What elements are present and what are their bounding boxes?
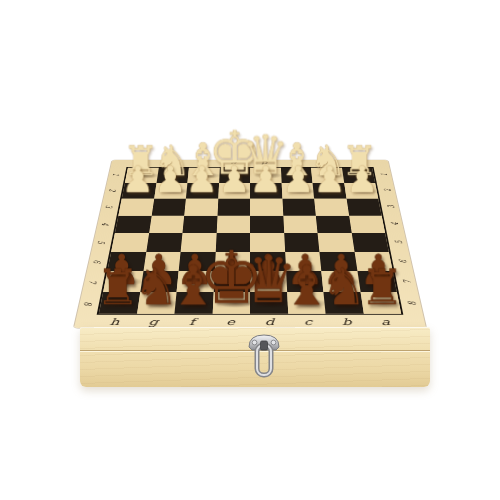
- piece-white-pawn: ♟: [250, 162, 283, 197]
- square-c3: [282, 199, 316, 216]
- piece-black-king: ♚: [199, 243, 264, 312]
- rank-label: 4: [88, 220, 124, 229]
- square-d2: ♟: [250, 183, 282, 199]
- piece-white-pawn: ♟: [282, 162, 315, 197]
- square-c8: ♝: [287, 292, 326, 314]
- rank-label: 3: [373, 203, 408, 211]
- rank-label: 5: [380, 238, 417, 247]
- square-e2: ♟: [218, 183, 250, 199]
- piece-white-pawn: ♟: [186, 162, 219, 197]
- square-g8: ♞: [137, 292, 177, 314]
- square-d3: [250, 199, 283, 216]
- piece-black-knight: ♞: [133, 263, 179, 311]
- rank-label: 1: [100, 171, 133, 178]
- rank-label: 6: [79, 257, 117, 267]
- product-photo: { "game": "chess", "position": { "fen": …: [0, 0, 500, 500]
- square-g2: ♟: [154, 183, 188, 199]
- rank-label: 8: [391, 298, 431, 309]
- board-frame: ♜♞♝♚♛♝♞♜♟♟♟♟♟♟♟♟♟♟♟♟♟♟♟♟♜♞♝♚♛♝♞♜: [97, 167, 404, 315]
- rank-label: 6: [383, 257, 421, 267]
- square-e4: [216, 215, 250, 233]
- rank-label: 5: [84, 238, 121, 247]
- rank-label: 1: [367, 171, 400, 178]
- square-b2: ♟: [313, 183, 347, 199]
- rank-label: 3: [92, 203, 127, 211]
- square-f2: ♟: [186, 183, 219, 199]
- square-b3: [314, 199, 349, 216]
- square-d4: [250, 215, 284, 233]
- square-g4: [149, 215, 185, 233]
- rank-label: 4: [376, 220, 412, 229]
- box-front-panel: [80, 327, 430, 387]
- square-b8: ♞: [323, 292, 363, 314]
- rank-label: 2: [96, 186, 130, 194]
- square-f3: [184, 199, 218, 216]
- square-e3: [217, 199, 250, 216]
- square-e8: ♚: [212, 292, 250, 314]
- piece-white-pawn: ♟: [218, 162, 251, 197]
- piece-white-pawn: ♟: [154, 162, 187, 197]
- board-grid: ♜♞♝♚♛♝♞♜♟♟♟♟♟♟♟♟♟♟♟♟♟♟♟♟♜♞♝♚♛♝♞♜: [99, 168, 401, 314]
- piece-white-pawn: ♟: [314, 162, 347, 197]
- rank-label: 8: [69, 298, 109, 309]
- rank-label: 2: [370, 186, 404, 194]
- square-c4: [283, 215, 318, 233]
- square-g3: [151, 199, 186, 216]
- latch-clasp-icon: [244, 333, 284, 379]
- scene: hgfedcba 12345678 12345678 hgfedcba ♜♞♝♚…: [0, 0, 500, 500]
- rank-label: 7: [387, 277, 426, 287]
- chess-board: hgfedcba 12345678 12345678 hgfedcba ♜♞♝♚…: [74, 160, 426, 328]
- square-f4: [182, 215, 217, 233]
- square-c2: ♟: [281, 183, 314, 199]
- rank-label: 7: [74, 277, 113, 287]
- square-b4: [316, 215, 352, 233]
